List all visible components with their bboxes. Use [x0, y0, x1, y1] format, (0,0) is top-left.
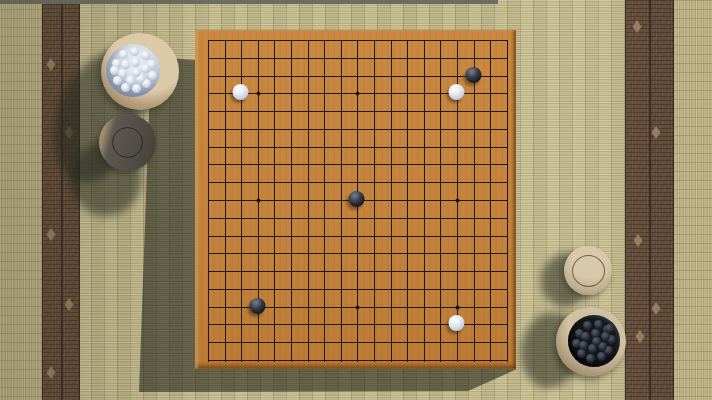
mat-edge-strip — [0, 0, 498, 4]
stone-black-d4[interactable]: ● — [249, 298, 265, 314]
white-bowl-stone — [148, 71, 157, 80]
white-bowl-stone — [118, 69, 127, 78]
star-point — [356, 92, 360, 96]
black-stone-bowl-opening — [568, 315, 620, 367]
white-bowl-stone — [121, 60, 130, 69]
star-point — [456, 305, 460, 309]
star-point — [356, 305, 360, 309]
stone-black-k10[interactable]: ● — [349, 191, 365, 207]
stone-white-c16[interactable]: ○ — [233, 84, 249, 100]
black-bowl-stone — [586, 354, 595, 363]
black-bowl-stone — [601, 332, 610, 341]
white-bowl-stone — [130, 47, 139, 56]
tatami-border-left — [42, 0, 80, 400]
bowl-lid-dark — [99, 114, 156, 171]
white-bowl-stone — [132, 68, 141, 77]
white-bowl-stone — [132, 84, 141, 93]
white-bowl-stone — [131, 58, 140, 67]
stone-white-q3[interactable]: ○ — [449, 315, 465, 331]
lid-ring — [572, 255, 605, 287]
go-grid[interactable]: ●●●○○○ — [208, 40, 508, 362]
black-bowl-stone — [605, 324, 614, 333]
border-seam — [649, 0, 651, 400]
stone-white-q16[interactable]: ○ — [449, 84, 465, 100]
white-bowl-stone — [119, 50, 128, 59]
black-bowl-stone — [581, 332, 590, 341]
stone-black-r17[interactable]: ● — [465, 67, 481, 83]
white-bowl-stone — [141, 51, 150, 60]
border-seam — [61, 0, 63, 400]
black-bowl-stone — [577, 349, 586, 358]
black-bowl-stone — [592, 337, 601, 346]
black-bowl-stone — [579, 341, 588, 350]
white-stone-bowl-opening — [106, 44, 160, 97]
star-point — [456, 199, 460, 203]
go-board[interactable]: ●●●○○○ — [195, 30, 516, 369]
black-bowl-stone — [583, 321, 592, 330]
star-point — [256, 92, 260, 96]
black-stone-bowl — [556, 307, 626, 376]
star-point — [256, 199, 260, 203]
tatami-mat-left — [0, 0, 42, 400]
tatami-border-right — [625, 0, 674, 400]
white-bowl-stone — [126, 76, 135, 85]
bowl-lid-light — [564, 246, 612, 295]
tatami-mat-right — [672, 0, 712, 400]
white-stone-bowl — [101, 33, 179, 110]
black-bowl-stone — [594, 320, 603, 329]
tabletop: ●●●○○○ — [0, 0, 712, 400]
lid-ring — [112, 127, 143, 158]
black-bowl-stone — [597, 352, 606, 361]
white-bowl-stone — [141, 64, 150, 73]
